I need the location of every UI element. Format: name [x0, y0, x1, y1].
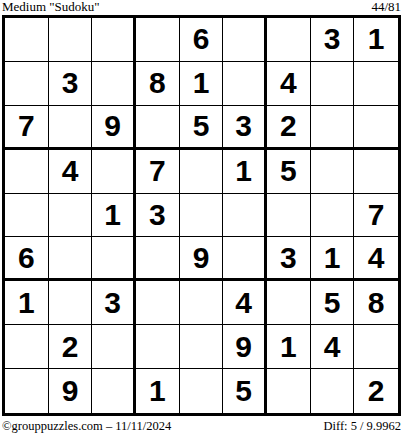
cell-r6c7[interactable]: 3 — [267, 237, 311, 281]
footer: ©grouppuzzles.com – 11/11/2024 Diff: 5 /… — [2, 419, 401, 436]
cell-r3c6[interactable]: 3 — [223, 106, 267, 150]
cell-r8c8[interactable]: 4 — [311, 325, 355, 369]
cell-r3c8[interactable] — [311, 106, 355, 150]
cell-r4c8[interactable] — [311, 150, 355, 194]
difficulty-label: Diff: 5 / 9.9962 — [323, 419, 401, 434]
cell-r2c5[interactable]: 1 — [180, 62, 224, 106]
cell-r7c5[interactable] — [180, 281, 224, 325]
cell-r3c9[interactable] — [354, 106, 398, 150]
cell-r2c6[interactable] — [223, 62, 267, 106]
cell-r5c9[interactable]: 7 — [354, 194, 398, 238]
cell-r4c9[interactable] — [354, 150, 398, 194]
cell-r5c2[interactable] — [49, 194, 93, 238]
header: Medium "Sudoku" 44/81 — [2, 0, 401, 15]
cell-r3c5[interactable]: 5 — [180, 106, 224, 150]
cell-r7c2[interactable] — [49, 281, 93, 325]
cell-r7c4[interactable] — [136, 281, 180, 325]
sudoku-board: 6313814795324715137693141345829149152 — [2, 15, 401, 416]
cell-r3c7[interactable]: 2 — [267, 106, 311, 150]
cell-r2c8[interactable] — [311, 62, 355, 106]
cell-r2c1[interactable] — [5, 62, 49, 106]
cell-r8c3[interactable] — [92, 325, 136, 369]
cell-r1c5[interactable]: 6 — [180, 18, 224, 62]
cell-r3c2[interactable] — [49, 106, 93, 150]
cell-r8c4[interactable] — [136, 325, 180, 369]
cell-r5c3[interactable]: 1 — [92, 194, 136, 238]
cell-r7c6[interactable]: 4 — [223, 281, 267, 325]
cell-r6c4[interactable] — [136, 237, 180, 281]
cell-r1c4[interactable] — [136, 18, 180, 62]
cell-r3c1[interactable]: 7 — [5, 106, 49, 150]
cell-r7c3[interactable]: 3 — [92, 281, 136, 325]
cell-r4c3[interactable] — [92, 150, 136, 194]
cell-r6c9[interactable]: 4 — [354, 237, 398, 281]
cell-r2c2[interactable]: 3 — [49, 62, 93, 106]
cell-r5c7[interactable] — [267, 194, 311, 238]
cell-r1c3[interactable] — [92, 18, 136, 62]
cell-r6c6[interactable] — [223, 237, 267, 281]
sudoku-page: Medium "Sudoku" 44/81 631381479532471513… — [0, 0, 403, 437]
cell-r3c4[interactable] — [136, 106, 180, 150]
cell-r7c7[interactable] — [267, 281, 311, 325]
cell-r9c1[interactable] — [5, 369, 49, 413]
cell-r9c4[interactable]: 1 — [136, 369, 180, 413]
cell-r1c9[interactable]: 1 — [354, 18, 398, 62]
cell-r8c7[interactable]: 1 — [267, 325, 311, 369]
cell-r9c2[interactable]: 9 — [49, 369, 93, 413]
cell-r6c1[interactable]: 6 — [5, 237, 49, 281]
cell-r8c2[interactable]: 2 — [49, 325, 93, 369]
cell-r1c1[interactable] — [5, 18, 49, 62]
cell-r5c4[interactable]: 3 — [136, 194, 180, 238]
cell-r2c7[interactable]: 4 — [267, 62, 311, 106]
cell-r8c1[interactable] — [5, 325, 49, 369]
cell-r5c5[interactable] — [180, 194, 224, 238]
cell-r5c1[interactable] — [5, 194, 49, 238]
cell-r4c4[interactable]: 7 — [136, 150, 180, 194]
cell-r9c6[interactable]: 5 — [223, 369, 267, 413]
cell-r9c5[interactable] — [180, 369, 224, 413]
cell-r6c8[interactable]: 1 — [311, 237, 355, 281]
cell-r5c8[interactable] — [311, 194, 355, 238]
cell-r3c3[interactable]: 9 — [92, 106, 136, 150]
cell-r5c6[interactable] — [223, 194, 267, 238]
cell-r4c1[interactable] — [5, 150, 49, 194]
cell-r8c6[interactable]: 9 — [223, 325, 267, 369]
cell-r9c7[interactable] — [267, 369, 311, 413]
cell-r6c2[interactable] — [49, 237, 93, 281]
cell-r4c7[interactable]: 5 — [267, 150, 311, 194]
cell-r9c9[interactable]: 2 — [354, 369, 398, 413]
cell-r1c8[interactable]: 3 — [311, 18, 355, 62]
page-title: Medium "Sudoku" — [2, 0, 100, 14]
cell-r7c9[interactable]: 8 — [354, 281, 398, 325]
cell-r2c9[interactable] — [354, 62, 398, 106]
cell-r6c3[interactable] — [92, 237, 136, 281]
copyright-credit: ©grouppuzzles.com – 11/11/2024 — [2, 419, 171, 434]
cell-r9c3[interactable] — [92, 369, 136, 413]
cell-r4c2[interactable]: 4 — [49, 150, 93, 194]
cell-r1c6[interactable] — [223, 18, 267, 62]
cell-r8c9[interactable] — [354, 325, 398, 369]
cell-r7c8[interactable]: 5 — [311, 281, 355, 325]
cell-r8c5[interactable] — [180, 325, 224, 369]
cell-r1c2[interactable] — [49, 18, 93, 62]
cell-r4c5[interactable] — [180, 150, 224, 194]
cell-r2c4[interactable]: 8 — [136, 62, 180, 106]
progress-counter: 44/81 — [371, 0, 401, 14]
cell-r9c8[interactable] — [311, 369, 355, 413]
cell-r1c7[interactable] — [267, 18, 311, 62]
cell-r2c3[interactable] — [92, 62, 136, 106]
cell-r4c6[interactable]: 1 — [223, 150, 267, 194]
cell-r7c1[interactable]: 1 — [5, 281, 49, 325]
cell-r6c5[interactable]: 9 — [180, 237, 224, 281]
